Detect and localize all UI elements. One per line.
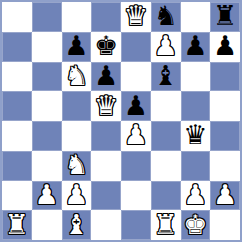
black-pawn-icon: ♟ [124, 92, 148, 119]
white-rook-icon: ♜ [5, 211, 29, 238]
square-g6[interactable] [181, 62, 211, 92]
square-b1[interactable] [32, 210, 62, 240]
white-pawn-icon: ♟ [154, 32, 178, 59]
square-e6[interactable] [121, 62, 151, 92]
square-c5[interactable] [62, 91, 92, 121]
square-e3[interactable] [121, 151, 151, 181]
square-g2[interactable]: ♟ [181, 181, 211, 211]
square-h2[interactable]: ♟ [210, 181, 240, 211]
black-queen-icon: ♛ [183, 121, 207, 148]
square-f5[interactable] [151, 91, 181, 121]
square-a1[interactable]: ♜ [2, 210, 32, 240]
square-d1[interactable] [91, 210, 121, 240]
square-h5[interactable] [210, 91, 240, 121]
square-b8[interactable] [32, 2, 62, 32]
black-knight-icon: ♞ [154, 2, 178, 29]
square-a3[interactable] [2, 151, 32, 181]
square-c7[interactable]: ♟ [62, 32, 92, 62]
white-queen-icon: ♛ [124, 2, 148, 29]
black-king-icon: ♚ [94, 32, 118, 59]
white-pawn-icon: ♟ [183, 181, 207, 208]
black-bishop-icon: ♝ [154, 62, 178, 89]
white-knight-icon: ♞ [64, 62, 88, 89]
square-d6[interactable]: ♟ [91, 62, 121, 92]
square-a5[interactable] [2, 91, 32, 121]
square-a6[interactable] [2, 62, 32, 92]
square-f6[interactable]: ♝ [151, 62, 181, 92]
square-d4[interactable] [91, 121, 121, 151]
square-a7[interactable] [2, 32, 32, 62]
square-f7[interactable]: ♟ [151, 32, 181, 62]
square-b7[interactable] [32, 32, 62, 62]
chess-board: ♛♞♜♟♚♟♟♟♞♟♝♛♟♟♛♞♟♟♟♟♜♝♜♚ [0, 0, 242, 242]
square-b2[interactable]: ♟ [32, 181, 62, 211]
square-d5[interactable]: ♛ [91, 91, 121, 121]
square-h7[interactable]: ♟ [210, 32, 240, 62]
square-c4[interactable] [62, 121, 92, 151]
black-pawn-icon: ♟ [183, 32, 207, 59]
white-rook-icon: ♜ [154, 211, 178, 238]
square-g4[interactable]: ♛ [181, 121, 211, 151]
square-g7[interactable]: ♟ [181, 32, 211, 62]
square-g8[interactable] [181, 2, 211, 32]
square-c8[interactable] [62, 2, 92, 32]
square-g5[interactable] [181, 91, 211, 121]
square-d2[interactable] [91, 181, 121, 211]
white-bishop-icon: ♝ [64, 211, 88, 238]
square-a8[interactable] [2, 2, 32, 32]
square-f3[interactable] [151, 151, 181, 181]
square-e5[interactable]: ♟ [121, 91, 151, 121]
square-b4[interactable] [32, 121, 62, 151]
black-pawn-icon: ♟ [213, 32, 237, 59]
white-pawn-icon: ♟ [124, 121, 148, 148]
square-a2[interactable] [2, 181, 32, 211]
white-pawn-icon: ♟ [64, 181, 88, 208]
square-d3[interactable] [91, 151, 121, 181]
square-c2[interactable]: ♟ [62, 181, 92, 211]
black-rook-icon: ♜ [213, 2, 237, 29]
square-f1[interactable]: ♜ [151, 210, 181, 240]
white-pawn-icon: ♟ [213, 181, 237, 208]
square-h4[interactable] [210, 121, 240, 151]
square-e1[interactable] [121, 210, 151, 240]
square-f4[interactable] [151, 121, 181, 151]
square-c1[interactable]: ♝ [62, 210, 92, 240]
square-h1[interactable] [210, 210, 240, 240]
square-b6[interactable] [32, 62, 62, 92]
square-d7[interactable]: ♚ [91, 32, 121, 62]
white-king-icon: ♚ [183, 211, 207, 238]
square-d8[interactable] [91, 2, 121, 32]
square-a4[interactable] [2, 121, 32, 151]
square-c6[interactable]: ♞ [62, 62, 92, 92]
square-e7[interactable] [121, 32, 151, 62]
black-pawn-icon: ♟ [94, 62, 118, 89]
white-pawn-icon: ♟ [35, 181, 59, 208]
square-h6[interactable] [210, 62, 240, 92]
square-e4[interactable]: ♟ [121, 121, 151, 151]
square-e8[interactable]: ♛ [121, 2, 151, 32]
square-g3[interactable] [181, 151, 211, 181]
square-e2[interactable] [121, 181, 151, 211]
black-pawn-icon: ♟ [64, 32, 88, 59]
square-b3[interactable] [32, 151, 62, 181]
square-f2[interactable] [151, 181, 181, 211]
white-queen-icon: ♛ [94, 92, 118, 119]
square-h8[interactable]: ♜ [210, 2, 240, 32]
square-g1[interactable]: ♚ [181, 210, 211, 240]
square-h3[interactable] [210, 151, 240, 181]
white-knight-icon: ♞ [64, 151, 88, 178]
square-f8[interactable]: ♞ [151, 2, 181, 32]
square-c3[interactable]: ♞ [62, 151, 92, 181]
square-b5[interactable] [32, 91, 62, 121]
